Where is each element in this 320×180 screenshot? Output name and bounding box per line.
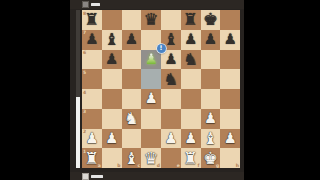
square-h1[interactable]: h (220, 148, 240, 168)
piece-black-bishop[interactable]: ♝ (104, 30, 119, 49)
piece-black-pawn[interactable]: ♟ (125, 30, 138, 49)
square-c8[interactable] (122, 10, 142, 30)
piece-black-rook[interactable]: ♜ (84, 10, 99, 29)
square-a6[interactable]: 6 (82, 50, 102, 70)
square-h3[interactable] (220, 109, 240, 129)
square-g6[interactable] (201, 50, 221, 70)
square-d6[interactable]: ♟ (141, 50, 161, 70)
coord-label-file-h: h (236, 163, 239, 168)
square-h5[interactable] (220, 69, 240, 89)
square-a1[interactable]: 1a♜ (82, 148, 102, 168)
piece-white-pawn[interactable]: ♟ (204, 109, 217, 128)
square-d8[interactable]: ♛ (141, 10, 161, 30)
coord-label-rank-6: 6 (83, 50, 86, 55)
great-move-symbol: ! (160, 44, 163, 53)
square-h6[interactable] (220, 50, 240, 70)
piece-white-bishop[interactable]: ♝ (124, 149, 139, 168)
square-b8[interactable] (102, 10, 122, 30)
piece-black-pawn[interactable]: ♟ (204, 30, 217, 49)
square-f2[interactable]: ♟ (181, 129, 201, 149)
square-g3[interactable]: ♟ (201, 109, 221, 129)
square-f4[interactable] (181, 89, 201, 109)
square-g8[interactable]: ♚ (201, 10, 221, 30)
square-a7[interactable]: 7♟ (82, 30, 102, 50)
piece-white-rook[interactable]: ♜ (183, 149, 198, 168)
piece-white-rook[interactable]: ♜ (84, 149, 99, 168)
great-move-badge: ! (157, 44, 166, 53)
square-e8[interactable] (161, 10, 181, 30)
square-f8[interactable]: ♜ (181, 10, 201, 30)
piece-black-pawn[interactable]: ♟ (105, 50, 118, 69)
square-b2[interactable]: ♟ (102, 129, 122, 149)
square-g2[interactable]: ♝ (201, 129, 221, 149)
player-bar-bottom (70, 172, 244, 180)
square-h4[interactable] (220, 89, 240, 109)
piece-black-pawn[interactable]: ♟ (224, 30, 237, 49)
piece-white-knight[interactable]: ♞ (124, 109, 139, 128)
player-name-top (91, 3, 100, 6)
square-d4[interactable]: ♟ (141, 89, 161, 109)
square-c3[interactable]: ♞ (122, 109, 142, 129)
piece-black-queen[interactable]: ♛ (144, 10, 159, 29)
square-a2[interactable]: 2♟ (82, 129, 102, 149)
video-frame: ! 8♜♛♜♚7♟♝♟♝♟♟♟6♟♟♟♞5♞4♟3♞♟2♟♟♟♟♝♟1a♜bc♝… (0, 0, 320, 180)
square-e3[interactable] (161, 109, 181, 129)
square-e4[interactable] (161, 89, 181, 109)
piece-white-pawn[interactable]: ♟ (224, 129, 237, 148)
square-a5[interactable]: 5 (82, 69, 102, 89)
square-d3[interactable] (141, 109, 161, 129)
square-d2[interactable] (141, 129, 161, 149)
square-a3[interactable]: 3 (82, 109, 102, 129)
square-a8[interactable]: 8♜ (82, 10, 102, 30)
eval-bar (76, 10, 80, 168)
square-f5[interactable] (181, 69, 201, 89)
square-e2[interactable]: ♟ (161, 129, 181, 149)
piece-white-pawn[interactable]: ♟ (164, 129, 177, 148)
square-b7[interactable]: ♝ (102, 30, 122, 50)
piece-white-queen[interactable]: ♛ (144, 149, 159, 168)
piece-black-knight[interactable]: ♞ (163, 70, 178, 89)
square-h2[interactable]: ♟ (220, 129, 240, 149)
piece-white-pawn[interactable]: ♟ (105, 129, 118, 148)
square-b4[interactable] (102, 89, 122, 109)
square-c1[interactable]: c♝ (122, 148, 142, 168)
piece-white-pawn[interactable]: ♟ (145, 89, 158, 108)
square-b3[interactable] (102, 109, 122, 129)
square-f1[interactable]: f♜ (181, 148, 201, 168)
piece-black-knight[interactable]: ♞ (183, 50, 198, 69)
player-avatar-top[interactable] (82, 1, 89, 8)
square-h7[interactable]: ♟ (220, 30, 240, 50)
square-e1[interactable]: e (161, 148, 181, 168)
square-f6[interactable]: ♞ (181, 50, 201, 70)
square-g4[interactable] (201, 89, 221, 109)
square-g7[interactable]: ♟ (201, 30, 221, 50)
player-name-bottom (91, 175, 103, 178)
coord-label-rank-5: 5 (83, 70, 86, 75)
square-b5[interactable] (102, 69, 122, 89)
square-f3[interactable] (181, 109, 201, 129)
chess-board[interactable]: ! 8♜♛♜♚7♟♝♟♝♟♟♟6♟♟♟♞5♞4♟3♞♟2♟♟♟♟♝♟1a♜bc♝… (82, 10, 240, 168)
coord-label-rank-3: 3 (83, 109, 86, 114)
coord-label-rank-4: 4 (83, 90, 86, 95)
coord-label-file-b: b (117, 163, 120, 168)
square-c7[interactable]: ♟ (122, 30, 142, 50)
square-c6[interactable] (122, 50, 142, 70)
square-d1[interactable]: d♛ (141, 148, 161, 168)
square-h8[interactable] (220, 10, 240, 30)
piece-white-pawn[interactable]: ♟ (184, 129, 197, 148)
piece-white-pawn[interactable]: ♟ (145, 50, 158, 69)
piece-black-bishop[interactable]: ♝ (163, 30, 178, 49)
player-bar-top (70, 0, 244, 9)
square-g5[interactable] (201, 69, 221, 89)
player-avatar-bottom[interactable] (82, 173, 89, 180)
square-d5[interactable] (141, 69, 161, 89)
piece-black-pawn[interactable]: ♟ (164, 50, 177, 69)
square-c5[interactable] (122, 69, 142, 89)
square-b6[interactable]: ♟ (102, 50, 122, 70)
piece-black-king[interactable]: ♚ (203, 10, 218, 29)
piece-white-bishop[interactable]: ♝ (203, 129, 218, 148)
square-b1[interactable]: b (102, 148, 122, 168)
piece-black-rook[interactable]: ♜ (183, 10, 198, 29)
square-g1[interactable]: g♚ (201, 148, 221, 168)
piece-black-pawn[interactable]: ♟ (85, 30, 98, 49)
square-e5[interactable]: ♞ (161, 69, 181, 89)
piece-black-pawn[interactable]: ♟ (184, 30, 197, 49)
eval-bar-white-section (76, 97, 80, 168)
square-a4[interactable]: 4 (82, 89, 102, 109)
coord-label-file-e: e (177, 163, 180, 168)
piece-white-king[interactable]: ♚ (203, 149, 218, 168)
piece-white-pawn[interactable]: ♟ (85, 129, 98, 148)
square-c4[interactable] (122, 89, 142, 109)
square-f7[interactable]: ♟ (181, 30, 201, 50)
square-e6[interactable]: ♟ (161, 50, 181, 70)
app-background: ! 8♜♛♜♚7♟♝♟♝♟♟♟6♟♟♟♞5♞4♟3♞♟2♟♟♟♟♝♟1a♜bc♝… (70, 0, 244, 180)
square-c2[interactable] (122, 129, 142, 149)
